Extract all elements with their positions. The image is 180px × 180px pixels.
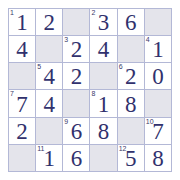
blocked-cell-r4c3 <box>63 90 89 116</box>
cell-digit: 8 <box>90 118 116 144</box>
cell-digit: 6 <box>63 145 89 171</box>
cell-r3c3[interactable]: 2 <box>63 63 89 89</box>
blocked-cell-r1c3 <box>63 9 89 35</box>
cell-r3c6[interactable]: 0 <box>145 63 171 89</box>
cell-digit: 6 <box>63 118 89 144</box>
cell-digit: 2 <box>63 63 89 89</box>
cell-digit: 4 <box>9 36 35 62</box>
blocked-cell-r3c1 <box>9 63 35 89</box>
cell-r2c3[interactable]: 32 <box>63 36 89 62</box>
cell-r6c6[interactable]: 8 <box>145 145 171 171</box>
cell-digit: 3 <box>90 9 116 35</box>
cell-digit: 2 <box>9 118 35 144</box>
cell-r4c1[interactable]: 77 <box>9 90 35 116</box>
cell-r6c5[interactable]: 125 <box>118 145 144 171</box>
cell-r3c2[interactable]: 54 <box>36 63 62 89</box>
cell-digit: 7 <box>145 118 171 144</box>
cell-digit: 8 <box>145 145 171 171</box>
cell-digit: 1 <box>9 9 35 35</box>
cell-r5c3[interactable]: 96 <box>63 118 89 144</box>
cell-r2c4[interactable]: 4 <box>90 36 116 62</box>
cell-digit: 4 <box>90 36 116 62</box>
blocked-cell-r4c6 <box>145 90 171 116</box>
cell-r3c5[interactable]: 62 <box>118 63 144 89</box>
blocked-cell-r2c5 <box>118 36 144 62</box>
blocked-cell-r1c6 <box>145 9 171 35</box>
blocked-cell-r3c4 <box>90 63 116 89</box>
cell-digit: 7 <box>9 90 35 116</box>
cell-r1c5[interactable]: 6 <box>118 9 144 35</box>
cell-r5c4[interactable]: 8 <box>90 118 116 144</box>
cell-digit: 8 <box>118 90 144 116</box>
cell-digit: 2 <box>36 9 62 35</box>
blocked-cell-r5c5 <box>118 118 144 144</box>
cell-digit: 2 <box>63 36 89 62</box>
cell-r1c1[interactable]: 11 <box>9 9 35 35</box>
cell-digit: 1 <box>36 145 62 171</box>
blocked-cell-r2c2 <box>36 36 62 62</box>
blocked-cell-r6c4 <box>90 145 116 171</box>
cell-r2c6[interactable]: 41 <box>145 36 171 62</box>
puzzle-board: 112236432441542620774818296810711161258 <box>8 8 172 172</box>
cell-digit: 0 <box>145 63 171 89</box>
cell-r2c1[interactable]: 4 <box>9 36 35 62</box>
cell-digit: 6 <box>118 9 144 35</box>
cell-digit: 1 <box>90 90 116 116</box>
cell-digit: 4 <box>36 63 62 89</box>
cell-r4c2[interactable]: 4 <box>36 90 62 116</box>
cell-digit: 5 <box>118 145 144 171</box>
cell-r6c2[interactable]: 111 <box>36 145 62 171</box>
cell-digit: 4 <box>36 90 62 116</box>
cell-r4c4[interactable]: 81 <box>90 90 116 116</box>
cell-r4c5[interactable]: 8 <box>118 90 144 116</box>
cell-r1c2[interactable]: 2 <box>36 9 62 35</box>
blocked-cell-r5c2 <box>36 118 62 144</box>
cell-digit: 2 <box>118 63 144 89</box>
cell-digit: 1 <box>145 36 171 62</box>
blocked-cell-r6c1 <box>9 145 35 171</box>
cell-r6c3[interactable]: 6 <box>63 145 89 171</box>
cell-r5c1[interactable]: 2 <box>9 118 35 144</box>
cell-r5c6[interactable]: 107 <box>145 118 171 144</box>
cell-r1c4[interactable]: 23 <box>90 9 116 35</box>
